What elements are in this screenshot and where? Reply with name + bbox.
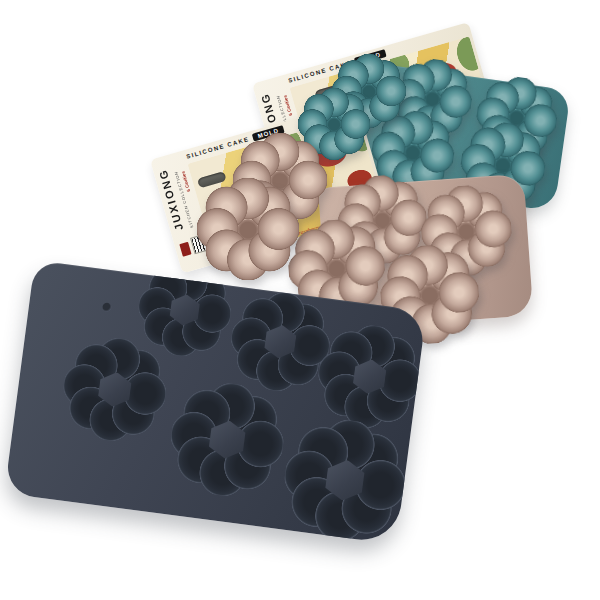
product-photo-scene: SILICONE CAKE MOLD JUXIONG KITCHEN COLLE… <box>0 0 600 600</box>
cavity-center-post <box>95 370 134 409</box>
flower-cavity <box>278 413 413 545</box>
flower-cavity <box>58 332 172 446</box>
gray-mold-tray <box>4 260 426 545</box>
cavity-center-post <box>206 418 249 461</box>
cavity-center-post <box>322 457 368 503</box>
cavity-center-post <box>262 323 299 360</box>
flower-cavity <box>164 377 290 503</box>
cavity-center-post <box>167 292 202 327</box>
flower-cavity <box>312 319 426 433</box>
red-badge <box>179 242 191 257</box>
flower-bump <box>197 178 299 280</box>
vent-hole <box>102 302 112 312</box>
cavity-center-post <box>350 357 389 396</box>
